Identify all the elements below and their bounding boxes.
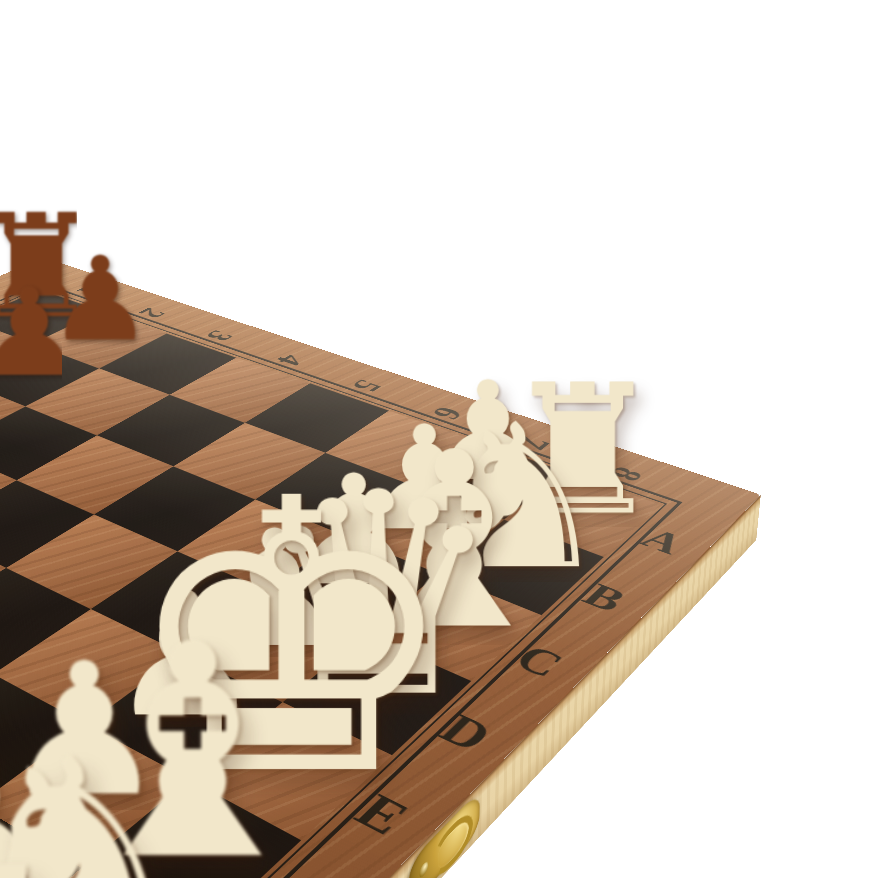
latch-screw-icon: [419, 859, 428, 878]
latch-hook-icon: [434, 804, 473, 878]
black-pawn-C2[interactable]: ♟: [0, 306, 9, 433]
white-rook-H8[interactable]: ♜: [0, 832, 73, 878]
board-grid: ♜♟♟♜♞♟♟♞♝♟♟♝♛♟♟♛♚♟♟♚♝♟♟♝♞♟♟♞♜♟♟♜: [0, 289, 660, 878]
product-photo-scene: 12345678 12345678 ABCDEFGH ABCDEFGH ♜♟♟♜…: [0, 0, 878, 878]
black-pawn-B2[interactable]: ♟: [0, 272, 84, 393]
brass-latch: [409, 789, 480, 878]
chess-board: 12345678 12345678 ABCDEFGH ABCDEFGH ♜♟♟♜…: [0, 257, 761, 878]
